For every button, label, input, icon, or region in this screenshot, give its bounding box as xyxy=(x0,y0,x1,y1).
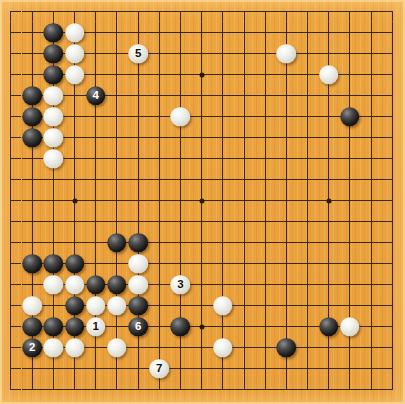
point-O11[interactable] xyxy=(276,169,297,190)
point-Q16[interactable] xyxy=(318,64,339,85)
point-M6[interactable] xyxy=(233,274,254,295)
point-B8[interactable] xyxy=(22,232,43,253)
point-O8[interactable] xyxy=(276,232,297,253)
point-E13[interactable] xyxy=(85,127,106,148)
point-A17[interactable] xyxy=(0,43,21,64)
point-B1[interactable] xyxy=(22,379,43,400)
point-L14[interactable] xyxy=(212,106,233,127)
point-R2[interactable] xyxy=(339,358,360,379)
point-K19[interactable] xyxy=(191,1,212,22)
point-K7[interactable] xyxy=(191,253,212,274)
point-B2[interactable] xyxy=(22,358,43,379)
point-G7[interactable] xyxy=(128,253,149,274)
white-stone[interactable]: 7 xyxy=(150,359,170,379)
point-C17[interactable] xyxy=(43,43,64,64)
point-P19[interactable] xyxy=(297,1,318,22)
point-R6[interactable] xyxy=(339,274,360,295)
point-E6[interactable] xyxy=(85,274,106,295)
point-P4[interactable] xyxy=(297,316,318,337)
white-stone[interactable] xyxy=(277,44,297,64)
point-E3[interactable] xyxy=(85,337,106,358)
point-C18[interactable] xyxy=(43,22,64,43)
point-F1[interactable] xyxy=(106,379,127,400)
point-L1[interactable] xyxy=(212,379,233,400)
point-B18[interactable] xyxy=(22,22,43,43)
point-O18[interactable] xyxy=(276,22,297,43)
point-K18[interactable] xyxy=(191,22,212,43)
point-T11[interactable] xyxy=(382,169,403,190)
point-E11[interactable] xyxy=(85,169,106,190)
point-M15[interactable] xyxy=(233,85,254,106)
point-D5[interactable] xyxy=(64,295,85,316)
point-N3[interactable] xyxy=(255,337,276,358)
white-stone[interactable] xyxy=(22,296,42,316)
point-F18[interactable] xyxy=(106,22,127,43)
point-C2[interactable] xyxy=(43,358,64,379)
black-stone[interactable] xyxy=(65,296,85,316)
point-F11[interactable] xyxy=(106,169,127,190)
point-F12[interactable] xyxy=(106,148,127,169)
point-A2[interactable] xyxy=(0,358,21,379)
point-Q9[interactable] xyxy=(318,211,339,232)
point-H2[interactable]: 7 xyxy=(149,358,170,379)
point-F2[interactable] xyxy=(106,358,127,379)
point-B7[interactable] xyxy=(22,253,43,274)
white-stone[interactable] xyxy=(44,107,64,127)
point-S11[interactable] xyxy=(361,169,382,190)
point-H3[interactable] xyxy=(149,337,170,358)
point-M18[interactable] xyxy=(233,22,254,43)
point-L7[interactable] xyxy=(212,253,233,274)
point-F9[interactable] xyxy=(106,211,127,232)
point-J7[interactable] xyxy=(170,253,191,274)
point-E17[interactable] xyxy=(85,43,106,64)
point-J9[interactable] xyxy=(170,211,191,232)
point-R9[interactable] xyxy=(339,211,360,232)
point-M3[interactable] xyxy=(233,337,254,358)
point-O9[interactable] xyxy=(276,211,297,232)
point-E14[interactable] xyxy=(85,106,106,127)
point-M17[interactable] xyxy=(233,43,254,64)
point-P7[interactable] xyxy=(297,253,318,274)
black-stone[interactable] xyxy=(65,254,85,274)
black-stone[interactable] xyxy=(44,254,64,274)
point-M13[interactable] xyxy=(233,127,254,148)
black-stone[interactable]: 2 xyxy=(22,338,42,358)
point-E5[interactable] xyxy=(85,295,106,316)
point-R10[interactable] xyxy=(339,190,360,211)
white-stone[interactable] xyxy=(107,296,127,316)
point-N10[interactable] xyxy=(255,190,276,211)
point-P6[interactable] xyxy=(297,274,318,295)
point-R4[interactable] xyxy=(339,316,360,337)
point-D18[interactable] xyxy=(64,22,85,43)
point-B5[interactable] xyxy=(22,295,43,316)
point-S17[interactable] xyxy=(361,43,382,64)
point-J17[interactable] xyxy=(170,43,191,64)
point-N2[interactable] xyxy=(255,358,276,379)
point-A19[interactable] xyxy=(0,1,21,22)
point-H13[interactable] xyxy=(149,127,170,148)
point-R15[interactable] xyxy=(339,85,360,106)
point-O10[interactable] xyxy=(276,190,297,211)
point-L9[interactable] xyxy=(212,211,233,232)
point-P13[interactable] xyxy=(297,127,318,148)
point-J3[interactable] xyxy=(170,337,191,358)
point-H15[interactable] xyxy=(149,85,170,106)
white-stone[interactable] xyxy=(65,44,85,64)
point-K2[interactable] xyxy=(191,358,212,379)
white-stone[interactable]: 5 xyxy=(128,44,148,64)
point-N5[interactable] xyxy=(255,295,276,316)
point-R14[interactable] xyxy=(339,106,360,127)
point-C7[interactable] xyxy=(43,253,64,274)
point-G8[interactable] xyxy=(128,232,149,253)
point-S14[interactable] xyxy=(361,106,382,127)
point-P16[interactable] xyxy=(297,64,318,85)
point-M9[interactable] xyxy=(233,211,254,232)
point-G17[interactable]: 5 xyxy=(128,43,149,64)
point-J13[interactable] xyxy=(170,127,191,148)
point-O14[interactable] xyxy=(276,106,297,127)
point-J12[interactable] xyxy=(170,148,191,169)
point-A18[interactable] xyxy=(0,22,21,43)
point-N17[interactable] xyxy=(255,43,276,64)
point-B16[interactable] xyxy=(22,64,43,85)
point-C14[interactable] xyxy=(43,106,64,127)
point-E2[interactable] xyxy=(85,358,106,379)
black-stone[interactable] xyxy=(22,86,42,106)
point-B15[interactable] xyxy=(22,85,43,106)
point-A3[interactable] xyxy=(0,337,21,358)
point-Q3[interactable] xyxy=(318,337,339,358)
point-T8[interactable] xyxy=(382,232,403,253)
point-M2[interactable] xyxy=(233,358,254,379)
white-stone[interactable] xyxy=(107,338,127,358)
point-T16[interactable] xyxy=(382,64,403,85)
point-S13[interactable] xyxy=(361,127,382,148)
point-J15[interactable] xyxy=(170,85,191,106)
point-L12[interactable] xyxy=(212,148,233,169)
point-N16[interactable] xyxy=(255,64,276,85)
black-stone[interactable] xyxy=(44,44,64,64)
white-stone[interactable] xyxy=(65,275,85,295)
point-D9[interactable] xyxy=(64,211,85,232)
point-E12[interactable] xyxy=(85,148,106,169)
point-Q4[interactable] xyxy=(318,316,339,337)
white-stone[interactable] xyxy=(65,338,85,358)
point-G11[interactable] xyxy=(128,169,149,190)
point-G16[interactable] xyxy=(128,64,149,85)
point-A1[interactable] xyxy=(0,379,21,400)
white-stone[interactable] xyxy=(128,275,148,295)
point-C9[interactable] xyxy=(43,211,64,232)
point-C16[interactable] xyxy=(43,64,64,85)
point-Q19[interactable] xyxy=(318,1,339,22)
point-K12[interactable] xyxy=(191,148,212,169)
point-J4[interactable] xyxy=(170,316,191,337)
point-T14[interactable] xyxy=(382,106,403,127)
point-B3[interactable]: 2 xyxy=(22,337,43,358)
point-T13[interactable] xyxy=(382,127,403,148)
black-stone[interactable]: 4 xyxy=(86,86,106,106)
point-D2[interactable] xyxy=(64,358,85,379)
point-P9[interactable] xyxy=(297,211,318,232)
point-S9[interactable] xyxy=(361,211,382,232)
point-T12[interactable] xyxy=(382,148,403,169)
point-K8[interactable] xyxy=(191,232,212,253)
point-M14[interactable] xyxy=(233,106,254,127)
point-R5[interactable] xyxy=(339,295,360,316)
point-D12[interactable] xyxy=(64,148,85,169)
point-K13[interactable] xyxy=(191,127,212,148)
point-M10[interactable] xyxy=(233,190,254,211)
white-stone[interactable] xyxy=(86,296,106,316)
point-K5[interactable] xyxy=(191,295,212,316)
point-K10[interactable] xyxy=(191,190,212,211)
point-Q12[interactable] xyxy=(318,148,339,169)
point-T18[interactable] xyxy=(382,22,403,43)
point-B6[interactable] xyxy=(22,274,43,295)
point-S3[interactable] xyxy=(361,337,382,358)
point-K4[interactable] xyxy=(191,316,212,337)
point-P15[interactable] xyxy=(297,85,318,106)
point-H11[interactable] xyxy=(149,169,170,190)
point-E16[interactable] xyxy=(85,64,106,85)
point-M8[interactable] xyxy=(233,232,254,253)
black-stone[interactable] xyxy=(44,23,64,43)
point-K6[interactable] xyxy=(191,274,212,295)
point-Q18[interactable] xyxy=(318,22,339,43)
point-S15[interactable] xyxy=(361,85,382,106)
point-T4[interactable] xyxy=(382,316,403,337)
point-D16[interactable] xyxy=(64,64,85,85)
point-S7[interactable] xyxy=(361,253,382,274)
point-L4[interactable] xyxy=(212,316,233,337)
point-A13[interactable] xyxy=(0,127,21,148)
point-S16[interactable] xyxy=(361,64,382,85)
point-G14[interactable] xyxy=(128,106,149,127)
point-N18[interactable] xyxy=(255,22,276,43)
point-C1[interactable] xyxy=(43,379,64,400)
point-D4[interactable] xyxy=(64,316,85,337)
point-C13[interactable] xyxy=(43,127,64,148)
point-N1[interactable] xyxy=(255,379,276,400)
point-C8[interactable] xyxy=(43,232,64,253)
point-L15[interactable] xyxy=(212,85,233,106)
point-K1[interactable] xyxy=(191,379,212,400)
point-O5[interactable] xyxy=(276,295,297,316)
point-H5[interactable] xyxy=(149,295,170,316)
point-K9[interactable] xyxy=(191,211,212,232)
white-stone[interactable] xyxy=(213,338,233,358)
point-S10[interactable] xyxy=(361,190,382,211)
point-C3[interactable] xyxy=(43,337,64,358)
point-D15[interactable] xyxy=(64,85,85,106)
point-M5[interactable] xyxy=(233,295,254,316)
point-S6[interactable] xyxy=(361,274,382,295)
point-B12[interactable] xyxy=(22,148,43,169)
point-F15[interactable] xyxy=(106,85,127,106)
white-stone[interactable] xyxy=(44,275,64,295)
point-O17[interactable] xyxy=(276,43,297,64)
point-B17[interactable] xyxy=(22,43,43,64)
point-G6[interactable] xyxy=(128,274,149,295)
black-stone[interactable] xyxy=(22,254,42,274)
white-stone[interactable] xyxy=(128,254,148,274)
point-S19[interactable] xyxy=(361,1,382,22)
point-M11[interactable] xyxy=(233,169,254,190)
point-Q5[interactable] xyxy=(318,295,339,316)
point-T6[interactable] xyxy=(382,274,403,295)
point-M4[interactable] xyxy=(233,316,254,337)
point-H6[interactable] xyxy=(149,274,170,295)
point-G2[interactable] xyxy=(128,358,149,379)
point-M7[interactable] xyxy=(233,253,254,274)
point-A8[interactable] xyxy=(0,232,21,253)
point-A16[interactable] xyxy=(0,64,21,85)
point-D6[interactable] xyxy=(64,274,85,295)
point-D11[interactable] xyxy=(64,169,85,190)
black-stone[interactable] xyxy=(128,233,148,253)
black-stone[interactable] xyxy=(128,296,148,316)
point-Q10[interactable] xyxy=(318,190,339,211)
black-stone[interactable] xyxy=(171,317,191,337)
point-T1[interactable] xyxy=(382,379,403,400)
point-B14[interactable] xyxy=(22,106,43,127)
point-A6[interactable] xyxy=(0,274,21,295)
white-stone[interactable] xyxy=(44,86,64,106)
point-S18[interactable] xyxy=(361,22,382,43)
point-T2[interactable] xyxy=(382,358,403,379)
point-G19[interactable] xyxy=(128,1,149,22)
point-E7[interactable] xyxy=(85,253,106,274)
point-Q11[interactable] xyxy=(318,169,339,190)
point-A4[interactable] xyxy=(0,316,21,337)
point-O6[interactable] xyxy=(276,274,297,295)
point-R18[interactable] xyxy=(339,22,360,43)
white-stone[interactable] xyxy=(65,23,85,43)
point-A12[interactable] xyxy=(0,148,21,169)
point-R8[interactable] xyxy=(339,232,360,253)
point-H4[interactable] xyxy=(149,316,170,337)
point-D8[interactable] xyxy=(64,232,85,253)
point-R7[interactable] xyxy=(339,253,360,274)
point-H9[interactable] xyxy=(149,211,170,232)
point-P18[interactable] xyxy=(297,22,318,43)
point-J19[interactable] xyxy=(170,1,191,22)
point-Q2[interactable] xyxy=(318,358,339,379)
point-R13[interactable] xyxy=(339,127,360,148)
point-H8[interactable] xyxy=(149,232,170,253)
point-R11[interactable] xyxy=(339,169,360,190)
point-C4[interactable] xyxy=(43,316,64,337)
point-A14[interactable] xyxy=(0,106,21,127)
point-H12[interactable] xyxy=(149,148,170,169)
point-R12[interactable] xyxy=(339,148,360,169)
white-stone[interactable] xyxy=(44,338,64,358)
point-E19[interactable] xyxy=(85,1,106,22)
black-stone[interactable] xyxy=(107,233,127,253)
point-M12[interactable] xyxy=(233,148,254,169)
point-K3[interactable] xyxy=(191,337,212,358)
point-C5[interactable] xyxy=(43,295,64,316)
point-M1[interactable] xyxy=(233,379,254,400)
point-K17[interactable] xyxy=(191,43,212,64)
white-stone[interactable]: 1 xyxy=(86,317,106,337)
point-K16[interactable] xyxy=(191,64,212,85)
point-C11[interactable] xyxy=(43,169,64,190)
point-K11[interactable] xyxy=(191,169,212,190)
point-S4[interactable] xyxy=(361,316,382,337)
point-Q8[interactable] xyxy=(318,232,339,253)
point-D13[interactable] xyxy=(64,127,85,148)
point-P10[interactable] xyxy=(297,190,318,211)
point-Q1[interactable] xyxy=(318,379,339,400)
point-O12[interactable] xyxy=(276,148,297,169)
point-C10[interactable] xyxy=(43,190,64,211)
black-stone[interactable] xyxy=(86,275,106,295)
point-E1[interactable] xyxy=(85,379,106,400)
point-N12[interactable] xyxy=(255,148,276,169)
point-F13[interactable] xyxy=(106,127,127,148)
white-stone[interactable] xyxy=(213,296,233,316)
black-stone[interactable] xyxy=(22,128,42,148)
point-B10[interactable] xyxy=(22,190,43,211)
black-stone[interactable] xyxy=(44,65,64,85)
black-stone[interactable] xyxy=(319,317,339,337)
point-G10[interactable] xyxy=(128,190,149,211)
point-Q6[interactable] xyxy=(318,274,339,295)
point-F16[interactable] xyxy=(106,64,127,85)
black-stone[interactable] xyxy=(44,317,64,337)
point-L17[interactable] xyxy=(212,43,233,64)
white-stone[interactable] xyxy=(340,317,360,337)
point-D17[interactable] xyxy=(64,43,85,64)
point-P1[interactable] xyxy=(297,379,318,400)
point-G5[interactable] xyxy=(128,295,149,316)
point-J2[interactable] xyxy=(170,358,191,379)
point-K15[interactable] xyxy=(191,85,212,106)
point-R3[interactable] xyxy=(339,337,360,358)
point-F4[interactable] xyxy=(106,316,127,337)
white-stone[interactable] xyxy=(65,65,85,85)
point-A15[interactable] xyxy=(0,85,21,106)
point-Q17[interactable] xyxy=(318,43,339,64)
point-O4[interactable] xyxy=(276,316,297,337)
point-Q14[interactable] xyxy=(318,106,339,127)
point-R17[interactable] xyxy=(339,43,360,64)
point-F10[interactable] xyxy=(106,190,127,211)
point-E4[interactable]: 1 xyxy=(85,316,106,337)
point-T15[interactable] xyxy=(382,85,403,106)
point-S5[interactable] xyxy=(361,295,382,316)
point-P14[interactable] xyxy=(297,106,318,127)
point-A9[interactable] xyxy=(0,211,21,232)
point-J10[interactable] xyxy=(170,190,191,211)
point-M19[interactable] xyxy=(233,1,254,22)
point-G4[interactable]: 6 xyxy=(128,316,149,337)
point-L5[interactable] xyxy=(212,295,233,316)
point-N9[interactable] xyxy=(255,211,276,232)
point-G9[interactable] xyxy=(128,211,149,232)
black-stone[interactable] xyxy=(22,317,42,337)
point-F14[interactable] xyxy=(106,106,127,127)
point-J5[interactable] xyxy=(170,295,191,316)
point-E18[interactable] xyxy=(85,22,106,43)
point-N8[interactable] xyxy=(255,232,276,253)
point-H17[interactable] xyxy=(149,43,170,64)
